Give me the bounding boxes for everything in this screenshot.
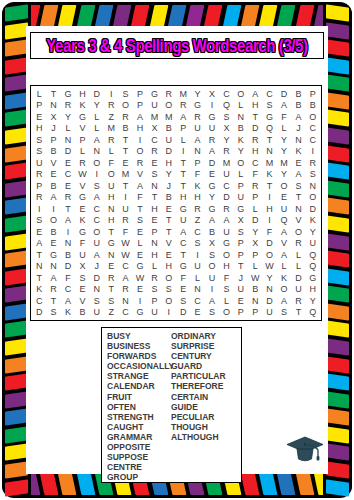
grid-cell: O xyxy=(306,111,320,123)
grid-cell: A xyxy=(133,111,147,123)
grid-cell: I xyxy=(32,203,46,215)
grid-cell: R xyxy=(104,134,118,146)
grid-cell: O xyxy=(46,215,60,227)
grid-cell: H xyxy=(75,88,89,100)
grid-cell: S xyxy=(147,284,161,296)
grid-cell: O xyxy=(291,226,305,238)
grid-cell: A xyxy=(277,249,291,261)
grid-cell: O xyxy=(306,192,320,204)
grid-cell: A xyxy=(205,146,219,158)
grid-cell: S xyxy=(46,307,60,319)
grid-cell: D xyxy=(219,192,233,204)
grid-cell: N xyxy=(306,180,320,192)
grid-cell: S xyxy=(291,180,305,192)
grid-cell: S xyxy=(262,100,276,112)
grid-cell: Q xyxy=(219,100,233,112)
border-tile xyxy=(5,233,28,250)
word-list-column-1: BUSYBUSINESSFORWARDSOCCASIONALLYSTRANGEC… xyxy=(107,331,171,482)
grid-cell: A xyxy=(291,111,305,123)
grid-cell: R xyxy=(248,134,262,146)
grid-cell: O xyxy=(104,169,118,181)
grid-cell: S xyxy=(90,295,104,307)
grid-cell: B xyxy=(306,100,320,112)
word-item: OPPOSITE xyxy=(107,442,171,452)
grid-cell: G xyxy=(176,261,190,273)
grid-cell: C xyxy=(190,226,204,238)
graduation-cap-icon xyxy=(284,436,326,468)
grid-cell: A xyxy=(46,192,60,204)
border-tile xyxy=(259,5,278,28)
grid-cell: A xyxy=(133,180,147,192)
grid-cell: S xyxy=(32,146,46,158)
word-item: ALTHOUGH xyxy=(171,432,241,442)
border-tile xyxy=(240,5,259,28)
border-tile xyxy=(5,145,28,162)
grid-cell: T xyxy=(104,284,118,296)
border-tile xyxy=(5,250,28,267)
border-tile xyxy=(326,303,349,320)
word-item: BUSINESS xyxy=(107,341,171,351)
grid-cell: C xyxy=(306,134,320,146)
grid-cell: N xyxy=(46,261,60,273)
grid-cell: R xyxy=(118,111,132,123)
grid-cell: H xyxy=(104,215,118,227)
grid-cell: N xyxy=(104,203,118,215)
grid-cell: S xyxy=(118,88,132,100)
border-tile xyxy=(326,426,349,443)
grid-cell: Y xyxy=(90,100,104,112)
word-item: PARTICULAR xyxy=(171,371,241,381)
grid-cell: I xyxy=(90,169,104,181)
grid-cell: B xyxy=(75,307,89,319)
grid-cell: S xyxy=(162,284,176,296)
grid-cell: V xyxy=(277,238,291,250)
border-tile xyxy=(277,5,296,28)
grid-cell: G xyxy=(75,192,89,204)
grid-cell: T xyxy=(262,134,276,146)
grid-cell: R xyxy=(176,100,190,112)
grid-cell: E xyxy=(190,307,204,319)
grid-cell: J xyxy=(46,123,60,135)
word-item: CERTAIN xyxy=(171,392,241,402)
grid-cell: C xyxy=(32,295,46,307)
border-tile xyxy=(326,110,349,127)
grid-cell: R xyxy=(147,146,161,158)
grid-cell: N xyxy=(104,249,118,261)
grid-cell: H xyxy=(104,192,118,204)
grid-cell: L xyxy=(291,249,305,261)
grid-cell: G xyxy=(306,272,320,284)
grid-cell: T xyxy=(133,203,147,215)
grid-cell: I xyxy=(262,192,276,204)
border-tile xyxy=(5,391,28,408)
grid-cell: B xyxy=(234,123,248,135)
border-tile xyxy=(326,180,349,197)
word-item: CENTRE xyxy=(107,462,171,472)
grid-cell: N xyxy=(190,146,204,158)
border-tile xyxy=(326,163,349,180)
word-item: THEREFORE xyxy=(171,381,241,391)
grid-cell: N xyxy=(190,284,204,296)
wordsearch-grid-box: LTGHDISPGRMYXCOACDBPPNRKYROPUORGIQLHSABB… xyxy=(30,85,322,321)
grid-cell: C xyxy=(190,295,204,307)
grid-cell: A xyxy=(176,226,190,238)
grid-cell: G xyxy=(234,203,248,215)
grid-cell: R xyxy=(46,284,60,296)
border-tile xyxy=(58,5,77,28)
grid-cell: N xyxy=(234,111,248,123)
grid-cell: W xyxy=(118,238,132,250)
grid-cell: W xyxy=(262,261,276,273)
border-tile xyxy=(326,409,349,426)
grid-cell: F xyxy=(133,192,147,204)
grid-cell: B xyxy=(118,123,132,135)
grid-cell: P xyxy=(234,249,248,261)
grid-cell: P xyxy=(133,100,147,112)
grid-cell: L xyxy=(219,295,233,307)
border-tile xyxy=(5,356,28,373)
grid-cell: F xyxy=(118,226,132,238)
grid-cell: T xyxy=(176,180,190,192)
grid-cell: P xyxy=(234,180,248,192)
grid-cell: G xyxy=(147,88,161,100)
grid-cell: P xyxy=(147,295,161,307)
grid-cell: W xyxy=(118,249,132,261)
border-tile xyxy=(326,75,349,92)
border-tile xyxy=(5,374,28,391)
grid-cell: P xyxy=(46,134,60,146)
border-tile xyxy=(5,268,28,285)
grid-cell: D xyxy=(248,123,262,135)
grid-cell: E xyxy=(133,226,147,238)
grid-cell: G xyxy=(75,226,89,238)
word-item: GUIDE xyxy=(171,402,241,412)
grid-cell: B xyxy=(46,226,60,238)
grid-cell: I xyxy=(46,203,60,215)
grid-cell: F xyxy=(262,226,276,238)
grid-cell: H xyxy=(32,123,46,135)
grid-cell: K xyxy=(75,215,89,227)
grid-cell: B xyxy=(205,226,219,238)
grid-cell: U xyxy=(205,272,219,284)
rainbow-border-frame: Years 3 & 4 Spellings Wordsearch (3/5) L… xyxy=(2,2,352,498)
grid-cell: S xyxy=(75,272,89,284)
grid-cell: X xyxy=(75,261,89,273)
grid-cell: E xyxy=(277,192,291,204)
grid-cell: S xyxy=(219,284,233,296)
grid-cell: A xyxy=(277,295,291,307)
grid-cell: I xyxy=(205,284,219,296)
border-tile xyxy=(5,479,28,496)
grid-cell: T xyxy=(176,169,190,181)
grid-cell: A xyxy=(90,192,104,204)
grid-cell: B xyxy=(61,249,75,261)
grid-cell: U xyxy=(162,134,176,146)
grid-cell: U xyxy=(118,203,132,215)
grid-cell: T xyxy=(291,192,305,204)
grid-cell: U xyxy=(147,100,161,112)
grid-cell: P xyxy=(32,100,46,112)
word-item: STRENGTH xyxy=(107,412,171,422)
grid-cell: P xyxy=(176,123,190,135)
border-tile xyxy=(326,215,349,232)
grid-cell: U xyxy=(277,203,291,215)
grid-cell: N xyxy=(61,134,75,146)
word-list-column-2: ORDINARYSURPRISECENTURYGUARDPARTICULARTH… xyxy=(171,331,241,482)
grid-cell: I xyxy=(190,249,204,261)
grid-cell: R xyxy=(291,295,305,307)
grid-cell: E xyxy=(61,157,75,169)
grid-cell: C xyxy=(219,88,233,100)
border-tile xyxy=(5,215,28,232)
border-tile xyxy=(76,5,95,28)
grid-cell: U xyxy=(205,123,219,135)
border-tile xyxy=(94,5,113,28)
grid-cell: M xyxy=(219,157,233,169)
grid-cell: F xyxy=(104,157,118,169)
grid-cell: E xyxy=(75,203,89,215)
grid-cell: Y xyxy=(277,169,291,181)
grid-cell: G xyxy=(133,307,147,319)
grid-cell: O xyxy=(90,226,104,238)
word-item: SUPPOSE xyxy=(107,452,171,462)
grid-cell: U xyxy=(176,215,190,227)
grid-cell: X xyxy=(234,215,248,227)
word-item: OFTEN xyxy=(107,402,171,412)
grid-cell: D xyxy=(277,88,291,100)
grid-cell: G xyxy=(133,261,147,273)
page-title: Years 3 & 4 Spellings Wordsearch (3/5) xyxy=(46,35,307,55)
grid-cell: D xyxy=(162,146,176,158)
border-tile xyxy=(326,198,349,215)
grid-cell: A xyxy=(90,134,104,146)
border-tile xyxy=(40,472,59,495)
grid-cell: Q xyxy=(306,249,320,261)
grid-cell: B xyxy=(248,284,262,296)
grid-cell: Y xyxy=(248,226,262,238)
grid-cell: I xyxy=(118,192,132,204)
border-tile xyxy=(5,163,28,180)
grid-cell: C xyxy=(90,203,104,215)
grid-cell: N xyxy=(248,295,262,307)
grid-cell: B xyxy=(291,100,305,112)
grid-cell: A xyxy=(205,215,219,227)
grid-cell: E xyxy=(291,157,305,169)
grid-cell: N xyxy=(262,284,276,296)
grid-cell: F xyxy=(61,272,75,284)
grid-cell: F xyxy=(248,169,262,181)
border-tile xyxy=(326,233,349,250)
grid-cell: R xyxy=(118,215,132,227)
grid-cell: L xyxy=(291,261,305,273)
grid-cell: O xyxy=(118,100,132,112)
grid-cell: C xyxy=(118,261,132,273)
grid-cell: D xyxy=(306,203,320,215)
grid-cell: E xyxy=(32,111,46,123)
grid-cell: A xyxy=(61,215,75,227)
grid-cell: K xyxy=(32,284,46,296)
grid-cell: N xyxy=(262,146,276,158)
grid-cell: I xyxy=(262,215,276,227)
grid-cell: B xyxy=(46,146,60,158)
word-item: CENTURY xyxy=(171,351,241,361)
grid-cell: R xyxy=(219,146,233,158)
grid-cell: X xyxy=(248,238,262,250)
grid-cell: S xyxy=(190,238,204,250)
grid-cell: F xyxy=(219,272,233,284)
grid-cell: R xyxy=(61,192,75,204)
grid-cell: Z xyxy=(190,215,204,227)
grid-cell: S xyxy=(205,307,219,319)
grid-cell: K xyxy=(61,307,75,319)
grid-cell: K xyxy=(262,169,276,181)
grid-cell: M xyxy=(277,157,291,169)
word-item: THOUGH xyxy=(171,422,241,432)
grid-cell: D xyxy=(90,272,104,284)
grid-cell: L xyxy=(147,261,161,273)
grid-cell: E xyxy=(176,284,190,296)
grid-cell: U xyxy=(190,123,204,135)
grid-cell: R xyxy=(248,180,262,192)
grid-cell: S xyxy=(104,295,118,307)
grid-cell: G xyxy=(219,238,233,250)
grid-cell: A xyxy=(32,238,46,250)
border-tile xyxy=(326,22,349,39)
border-tile xyxy=(76,472,95,495)
grid-cell: P xyxy=(234,307,248,319)
grid-cell: R xyxy=(190,111,204,123)
grid-cell: P xyxy=(190,157,204,169)
grid-cell: T xyxy=(176,249,190,261)
worksheet-content: Years 3 & 4 Spellings Wordsearch (3/5) L… xyxy=(26,26,328,474)
grid-cell: T xyxy=(46,88,60,100)
grid-cell: F xyxy=(277,111,291,123)
border-tile xyxy=(326,268,349,285)
grid-cell: L xyxy=(32,88,46,100)
word-item: CAUGHT xyxy=(107,422,171,432)
grid-cell: E xyxy=(46,238,60,250)
grid-cell: B xyxy=(291,88,305,100)
grid-cell: Y xyxy=(306,226,320,238)
grid-cell: F xyxy=(75,238,89,250)
grid-cell: U xyxy=(291,284,305,296)
border-tile xyxy=(5,321,28,338)
grid-cell: E xyxy=(46,169,60,181)
grid-cell: R xyxy=(104,100,118,112)
grid-cell: R xyxy=(61,100,75,112)
grid-cell: P xyxy=(147,226,161,238)
grid-cell: R xyxy=(306,157,320,169)
grid-cell: A xyxy=(176,111,190,123)
grid-cell: E xyxy=(234,295,248,307)
grid-cell: D xyxy=(90,88,104,100)
grid-cell: X xyxy=(205,88,219,100)
grid-cell: X xyxy=(147,123,161,135)
grid-cell: H xyxy=(219,261,233,273)
grid-cell: S xyxy=(32,134,46,146)
border-tile xyxy=(5,40,28,57)
grid-cell: A xyxy=(277,226,291,238)
grid-cell: T xyxy=(118,180,132,192)
grid-cell: E xyxy=(133,249,147,261)
grid-cell: D xyxy=(248,215,262,227)
grid-cell: T xyxy=(46,295,60,307)
grid-cell: W xyxy=(75,169,89,181)
grid-cell: G xyxy=(205,111,219,123)
grid-cell: G xyxy=(104,238,118,250)
border-tile xyxy=(326,461,349,478)
grid-cell: R xyxy=(205,134,219,146)
grid-cell: U xyxy=(234,284,248,296)
border-tile xyxy=(5,444,28,461)
grid-cell: V xyxy=(162,238,176,250)
border-tile xyxy=(167,5,186,28)
grid-cell: Y xyxy=(277,146,291,158)
grid-cell: N xyxy=(291,203,305,215)
grid-cell: M xyxy=(162,111,176,123)
grid-cell: C xyxy=(61,169,75,181)
grid-cell: R xyxy=(32,169,46,181)
grid-cell: T xyxy=(32,249,46,261)
grid-cell: O xyxy=(234,88,248,100)
grid-cell: D xyxy=(61,146,75,158)
watermark-text: ·········· xyxy=(281,468,329,472)
grid-cell: Y xyxy=(262,272,276,284)
border-tile xyxy=(5,57,28,74)
border-tile xyxy=(5,4,28,21)
grid-cell: G xyxy=(262,111,276,123)
grid-cell: U xyxy=(32,157,46,169)
grid-cell: O xyxy=(162,100,176,112)
grid-cell: L xyxy=(190,272,204,284)
grid-cell: T xyxy=(291,307,305,319)
border-tile xyxy=(5,426,28,443)
grid-cell: U xyxy=(190,261,204,273)
grid-cell: T xyxy=(61,203,75,215)
grid-cell: D xyxy=(32,307,46,319)
grid-cell: C xyxy=(262,88,276,100)
grid-cell: S xyxy=(219,111,233,123)
grid-cell: P xyxy=(248,192,262,204)
grid-cell: D xyxy=(61,261,75,273)
grid-cell: T xyxy=(248,111,262,123)
grid-cell: X xyxy=(219,123,233,135)
word-item: FORWARDS xyxy=(107,351,171,361)
grid-cell: N xyxy=(46,100,60,112)
grid-cell: J xyxy=(234,272,248,284)
border-tile xyxy=(326,250,349,267)
grid-cell: E xyxy=(61,180,75,192)
grid-cell: C xyxy=(90,215,104,227)
grid-cell: M xyxy=(176,88,190,100)
border-tile xyxy=(326,444,349,461)
grid-cell: G xyxy=(46,249,60,261)
grid-cell: N xyxy=(90,284,104,296)
grid-cell: L xyxy=(277,261,291,273)
grid-cell: U xyxy=(147,307,161,319)
word-item: BUSY xyxy=(107,331,171,341)
grid-cell: D xyxy=(291,272,305,284)
grid-cell: H xyxy=(176,192,190,204)
grid-cell: R xyxy=(104,272,118,284)
grid-cell: O xyxy=(162,272,176,284)
grid-cell: V xyxy=(46,157,60,169)
grid-cell: T xyxy=(162,226,176,238)
grid-cell: N xyxy=(32,261,46,273)
border-tile xyxy=(5,198,28,215)
grid-cell: L xyxy=(248,261,262,273)
grid-cell: S xyxy=(234,226,248,238)
